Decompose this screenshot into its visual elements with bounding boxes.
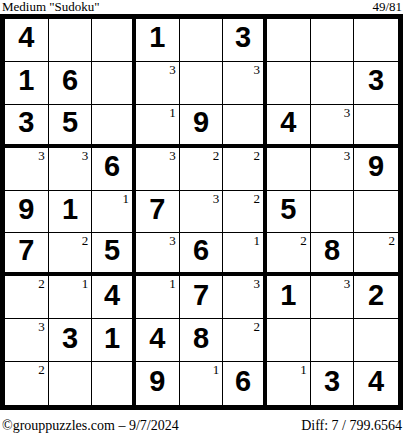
pencil-mark: 3 xyxy=(344,277,351,290)
cell-r4c1[interactable]: 3 xyxy=(5,148,49,191)
cell-r8c1[interactable]: 3 xyxy=(5,319,49,362)
cell-r3c9[interactable] xyxy=(354,105,398,148)
pencil-mark: 1 xyxy=(82,277,89,290)
cell-r1c6[interactable]: 3 xyxy=(223,19,267,62)
cell-r8c4[interactable]: 4 xyxy=(136,319,180,362)
cell-r3c1[interactable]: 3 xyxy=(5,105,49,148)
pencil-mark: 3 xyxy=(82,149,89,162)
given-digit: 5 xyxy=(104,236,120,265)
pencil-mark: 2 xyxy=(213,149,220,162)
cell-r4c3[interactable]: 6 xyxy=(92,148,136,191)
cell-r4c5[interactable]: 2 xyxy=(180,148,224,191)
cell-r4c7[interactable] xyxy=(267,148,311,191)
cell-r2c2[interactable]: 6 xyxy=(49,62,93,105)
sudoku-grid: 4131633335194333632239911732572536128221… xyxy=(0,14,403,410)
cell-r4c6[interactable]: 2 xyxy=(223,148,267,191)
given-digit: 3 xyxy=(18,108,34,137)
cell-r1c4[interactable]: 1 xyxy=(136,19,180,62)
given-digit: 9 xyxy=(193,108,209,137)
cell-r1c1[interactable]: 4 xyxy=(5,19,49,62)
cell-r3c4[interactable]: 1 xyxy=(136,105,180,148)
cell-r5c4[interactable]: 7 xyxy=(136,191,180,234)
cell-r3c2[interactable]: 5 xyxy=(49,105,93,148)
cell-r8c3[interactable]: 1 xyxy=(92,319,136,362)
cell-r7c7[interactable]: 1 xyxy=(267,276,311,319)
given-digit: 4 xyxy=(18,23,34,52)
pencil-mark: 3 xyxy=(38,320,45,333)
given-digit: 8 xyxy=(193,324,209,353)
cell-r5c1[interactable]: 9 xyxy=(5,191,49,234)
cell-r8c8[interactable] xyxy=(311,319,355,362)
cell-r5c8[interactable] xyxy=(311,191,355,234)
pencil-mark: 2 xyxy=(300,234,307,247)
given-digit: 3 xyxy=(62,324,78,353)
cell-r2c9[interactable]: 3 xyxy=(354,62,398,105)
cell-r7c8[interactable]: 3 xyxy=(311,276,355,319)
pencil-mark: 3 xyxy=(169,63,176,76)
puzzle-title: Medium "Sudoku" xyxy=(2,0,100,13)
pencil-mark: 1 xyxy=(300,363,307,376)
given-digit: 9 xyxy=(368,152,384,181)
cell-r6c8[interactable]: 8 xyxy=(311,233,355,276)
pencil-mark: 3 xyxy=(344,106,351,119)
given-digit: 9 xyxy=(18,195,34,224)
pencil-mark: 3 xyxy=(254,63,261,76)
cell-r6c9[interactable]: 2 xyxy=(354,233,398,276)
cell-r2c7[interactable] xyxy=(267,62,311,105)
cell-r3c7[interactable]: 4 xyxy=(267,105,311,148)
given-digit: 3 xyxy=(368,66,384,95)
given-digit: 1 xyxy=(104,324,120,353)
cell-r9c9[interactable]: 4 xyxy=(354,362,398,405)
given-digit: 8 xyxy=(324,236,340,265)
difficulty-text: Diff: 7 / 799.6564 xyxy=(301,418,402,434)
cell-r1c5[interactable] xyxy=(180,19,224,62)
given-digit: 7 xyxy=(18,236,34,265)
cell-r2c5[interactable] xyxy=(180,62,224,105)
pencil-mark: 2 xyxy=(389,234,396,247)
cell-r2c4[interactable]: 3 xyxy=(136,62,180,105)
pencil-mark: 1 xyxy=(213,363,220,376)
given-digit: 1 xyxy=(18,66,34,95)
pencil-mark: 2 xyxy=(38,363,45,376)
cell-r5c2[interactable]: 1 xyxy=(49,191,93,234)
given-digit: 4 xyxy=(149,324,165,353)
pencil-mark: 2 xyxy=(254,192,261,205)
cell-r4c4[interactable]: 3 xyxy=(136,148,180,191)
cell-r5c3[interactable]: 1 xyxy=(92,191,136,234)
cell-r1c3[interactable] xyxy=(92,19,136,62)
cell-r8c2[interactable]: 3 xyxy=(49,319,93,362)
given-digit: 6 xyxy=(62,66,78,95)
cell-r9c6[interactable]: 6 xyxy=(223,362,267,405)
cell-r9c7[interactable]: 1 xyxy=(267,362,311,405)
pencil-mark: 1 xyxy=(254,234,261,247)
cell-r9c1[interactable]: 2 xyxy=(5,362,49,405)
cell-r9c2[interactable] xyxy=(49,362,93,405)
pencil-mark: 3 xyxy=(344,149,351,162)
cell-r9c5[interactable]: 1 xyxy=(180,362,224,405)
given-digit: 9 xyxy=(149,367,165,396)
cell-r6c4[interactable]: 3 xyxy=(136,233,180,276)
cell-r5c5[interactable]: 3 xyxy=(180,191,224,234)
given-digit: 7 xyxy=(193,281,209,310)
cell-r1c2[interactable] xyxy=(49,19,93,62)
cell-r7c5[interactable]: 7 xyxy=(180,276,224,319)
given-digit: 3 xyxy=(235,23,251,52)
cell-r6c5[interactable]: 6 xyxy=(180,233,224,276)
cell-r4c8[interactable]: 3 xyxy=(311,148,355,191)
cell-r2c6[interactable]: 3 xyxy=(223,62,267,105)
pencil-mark: 3 xyxy=(213,192,220,205)
cell-counter: 49/81 xyxy=(372,0,402,13)
cell-r7c3[interactable]: 4 xyxy=(92,276,136,319)
pencil-mark: 2 xyxy=(38,277,45,290)
cell-r2c3[interactable] xyxy=(92,62,136,105)
cell-r8c6[interactable]: 2 xyxy=(223,319,267,362)
cell-r6c7[interactable]: 2 xyxy=(267,233,311,276)
cell-r6c2[interactable]: 2 xyxy=(49,233,93,276)
cell-r9c3[interactable] xyxy=(92,362,136,405)
cell-r5c6[interactable]: 2 xyxy=(223,191,267,234)
cell-r8c7[interactable] xyxy=(267,319,311,362)
given-digit: 4 xyxy=(368,367,384,396)
cell-r6c3[interactable]: 5 xyxy=(92,233,136,276)
pencil-mark: 3 xyxy=(169,234,176,247)
cell-r4c2[interactable]: 3 xyxy=(49,148,93,191)
pencil-mark: 1 xyxy=(169,277,176,290)
pencil-mark: 2 xyxy=(254,149,261,162)
pencil-mark: 3 xyxy=(169,149,176,162)
cell-r6c1[interactable]: 7 xyxy=(5,233,49,276)
cell-r1c7[interactable] xyxy=(267,19,311,62)
cell-r7c1[interactable]: 2 xyxy=(5,276,49,319)
cell-r2c1[interactable]: 1 xyxy=(5,62,49,105)
given-digit: 4 xyxy=(104,281,120,310)
cell-r3c6[interactable] xyxy=(223,105,267,148)
cell-r5c7[interactable]: 5 xyxy=(267,191,311,234)
given-digit: 5 xyxy=(62,108,78,137)
cell-r8c5[interactable]: 8 xyxy=(180,319,224,362)
cell-r8c9[interactable] xyxy=(354,319,398,362)
given-digit: 6 xyxy=(104,152,120,181)
cell-r5c9[interactable] xyxy=(354,191,398,234)
pencil-mark: 2 xyxy=(82,234,89,247)
given-digit: 4 xyxy=(280,108,296,137)
cell-r9c8[interactable]: 3 xyxy=(311,362,355,405)
given-digit: 1 xyxy=(62,195,78,224)
pencil-mark: 1 xyxy=(169,106,176,119)
given-digit: 6 xyxy=(193,236,209,265)
copyright-text: ©grouppuzzles.com – 9/7/2024 xyxy=(2,418,179,434)
pencil-mark: 1 xyxy=(123,192,130,205)
cell-r7c2[interactable]: 1 xyxy=(49,276,93,319)
page-footer: ©grouppuzzles.com – 9/7/2024 Diff: 7 / 7… xyxy=(0,410,403,437)
given-digit: 5 xyxy=(280,195,296,224)
cell-r3c5[interactable]: 9 xyxy=(180,105,224,148)
cell-r1c8[interactable] xyxy=(311,19,355,62)
given-digit: 1 xyxy=(149,23,165,52)
pencil-mark: 3 xyxy=(254,277,261,290)
cell-r7c6[interactable]: 3 xyxy=(223,276,267,319)
cell-r7c4[interactable]: 1 xyxy=(136,276,180,319)
cell-r9c4[interactable]: 9 xyxy=(136,362,180,405)
given-digit: 7 xyxy=(149,195,165,224)
pencil-mark: 3 xyxy=(38,149,45,162)
cell-r4c9[interactable]: 9 xyxy=(354,148,398,191)
cell-r7c9[interactable]: 2 xyxy=(354,276,398,319)
page-header: Medium "Sudoku" 49/81 xyxy=(0,0,403,14)
cell-r6c6[interactable]: 1 xyxy=(223,233,267,276)
cell-r1c9[interactable] xyxy=(354,19,398,62)
given-digit: 2 xyxy=(368,281,384,310)
cell-r3c3[interactable] xyxy=(92,105,136,148)
cell-r2c8[interactable] xyxy=(311,62,355,105)
given-digit: 6 xyxy=(235,367,251,396)
given-digit: 3 xyxy=(324,367,340,396)
cell-r3c8[interactable]: 3 xyxy=(311,105,355,148)
given-digit: 1 xyxy=(280,281,296,310)
pencil-mark: 2 xyxy=(254,320,261,333)
